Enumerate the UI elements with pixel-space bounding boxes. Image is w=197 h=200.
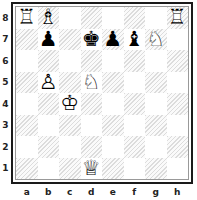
square-f1[interactable] — [124, 158, 146, 180]
square-c3[interactable] — [59, 115, 81, 137]
square-f6[interactable] — [124, 50, 146, 72]
piece-white-queen: ♛♕ — [81, 158, 103, 180]
square-g7[interactable]: ♞♘ — [145, 29, 167, 51]
square-d3[interactable] — [81, 115, 103, 137]
square-d6[interactable] — [81, 50, 103, 72]
square-f5[interactable] — [124, 72, 146, 94]
square-b3[interactable] — [38, 115, 60, 137]
square-a7[interactable] — [16, 29, 38, 51]
piece-white-rook: ♜♖ — [167, 7, 189, 29]
square-a5[interactable] — [16, 72, 38, 94]
square-a6[interactable] — [16, 50, 38, 72]
rank-label-2: 2 — [0, 136, 11, 158]
piece-white-knight: ♞♘ — [81, 72, 103, 94]
square-e7[interactable]: ♟ — [102, 29, 124, 51]
chess-diagram: 87654321 ♜♖♝♗♜♖♟♚♟♝♞♘♟♙♞♘♚♔♛♕ abcdefgh — [0, 0, 197, 200]
piece-white-knight: ♞♘ — [145, 29, 167, 51]
square-d1[interactable]: ♛♕ — [81, 158, 103, 180]
square-c2[interactable] — [59, 136, 81, 158]
square-e6[interactable] — [102, 50, 124, 72]
square-e5[interactable] — [102, 72, 124, 94]
square-c5[interactable] — [59, 72, 81, 94]
square-g6[interactable] — [145, 50, 167, 72]
square-c8[interactable] — [59, 7, 81, 29]
square-c1[interactable] — [59, 158, 81, 180]
file-label-d: d — [81, 187, 103, 197]
square-a1[interactable] — [16, 158, 38, 180]
square-d7[interactable]: ♚ — [81, 29, 103, 51]
square-a2[interactable] — [16, 136, 38, 158]
square-h4[interactable] — [167, 93, 189, 115]
rank-label-1: 1 — [0, 158, 11, 180]
board-frame: ♜♖♝♗♜♖♟♚♟♝♞♘♟♙♞♘♚♔♛♕ — [11, 2, 193, 184]
file-label-h: h — [167, 187, 189, 197]
square-h1[interactable] — [167, 158, 189, 180]
piece-black-pawn: ♟ — [38, 29, 60, 51]
square-h7[interactable] — [167, 29, 189, 51]
square-f2[interactable] — [124, 136, 146, 158]
file-label-b: b — [38, 187, 60, 197]
square-b8[interactable]: ♝♗ — [38, 7, 60, 29]
square-b1[interactable] — [38, 158, 60, 180]
piece-black-pawn: ♟ — [102, 29, 124, 51]
square-e1[interactable] — [102, 158, 124, 180]
square-g8[interactable] — [145, 7, 167, 29]
file-label-g: g — [145, 187, 167, 197]
square-e4[interactable] — [102, 93, 124, 115]
square-f4[interactable] — [124, 93, 146, 115]
piece-black-bishop: ♝ — [124, 29, 146, 51]
square-a8[interactable]: ♜♖ — [16, 7, 38, 29]
square-e2[interactable] — [102, 136, 124, 158]
square-a3[interactable] — [16, 115, 38, 137]
rank-label-5: 5 — [0, 72, 11, 94]
file-label-c: c — [59, 187, 81, 197]
square-h3[interactable] — [167, 115, 189, 137]
piece-white-rook: ♜♖ — [16, 7, 38, 29]
square-g1[interactable] — [145, 158, 167, 180]
square-f3[interactable] — [124, 115, 146, 137]
file-label-a: a — [16, 187, 38, 197]
square-g5[interactable] — [145, 72, 167, 94]
chess-board: ♜♖♝♗♜♖♟♚♟♝♞♘♟♙♞♘♚♔♛♕ — [16, 7, 188, 179]
square-a4[interactable] — [16, 93, 38, 115]
square-c6[interactable] — [59, 50, 81, 72]
piece-white-pawn: ♟♙ — [38, 72, 60, 94]
rank-label-7: 7 — [0, 29, 11, 51]
square-b2[interactable] — [38, 136, 60, 158]
square-f7[interactable]: ♝ — [124, 29, 146, 51]
square-h6[interactable] — [167, 50, 189, 72]
square-b5[interactable]: ♟♙ — [38, 72, 60, 94]
file-label-e: e — [102, 187, 124, 197]
square-e8[interactable] — [102, 7, 124, 29]
file-label-f: f — [124, 187, 146, 197]
square-g2[interactable] — [145, 136, 167, 158]
rank-label-8: 8 — [0, 7, 11, 29]
piece-white-bishop: ♝♗ — [38, 7, 60, 29]
square-b6[interactable] — [38, 50, 60, 72]
square-g3[interactable] — [145, 115, 167, 137]
square-d2[interactable] — [81, 136, 103, 158]
square-g4[interactable] — [145, 93, 167, 115]
square-d8[interactable] — [81, 7, 103, 29]
square-h8[interactable]: ♜♖ — [167, 7, 189, 29]
rank-labels: 87654321 — [0, 0, 11, 184]
piece-black-king: ♚ — [81, 29, 103, 51]
rank-label-6: 6 — [0, 50, 11, 72]
square-h2[interactable] — [167, 136, 189, 158]
square-b7[interactable]: ♟ — [38, 29, 60, 51]
rank-label-3: 3 — [0, 115, 11, 137]
square-f8[interactable] — [124, 7, 146, 29]
file-labels: abcdefgh — [16, 187, 188, 197]
square-c7[interactable] — [59, 29, 81, 51]
square-c4[interactable]: ♚♔ — [59, 93, 81, 115]
square-h5[interactable] — [167, 72, 189, 94]
square-b4[interactable] — [38, 93, 60, 115]
square-d5[interactable]: ♞♘ — [81, 72, 103, 94]
board-row: 87654321 ♜♖♝♗♜♖♟♚♟♝♞♘♟♙♞♘♚♔♛♕ — [0, 0, 197, 184]
rank-label-4: 4 — [0, 93, 11, 115]
file-labels-row: abcdefgh — [0, 184, 197, 200]
piece-white-king: ♚♔ — [59, 93, 81, 115]
square-e3[interactable] — [102, 115, 124, 137]
board-inner-border: ♜♖♝♗♜♖♟♚♟♝♞♘♟♙♞♘♚♔♛♕ — [15, 6, 189, 180]
square-d4[interactable] — [81, 93, 103, 115]
